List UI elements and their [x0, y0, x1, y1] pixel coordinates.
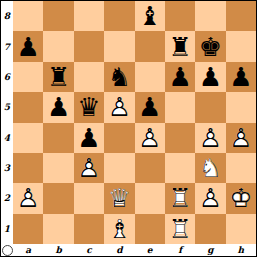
square-h5[interactable] — [226, 92, 256, 122]
piece-white-king: ♚♔ — [229, 183, 252, 213]
square-c4[interactable]: ♟ — [74, 123, 104, 153]
rank-label-7: 7 — [1, 31, 13, 61]
square-e1[interactable] — [135, 214, 165, 244]
square-g7[interactable]: ♚ — [195, 31, 225, 61]
square-d2[interactable]: ♛♕ — [104, 183, 134, 213]
square-e5[interactable]: ♟ — [135, 92, 165, 122]
piece-white-pawn: ♟♙ — [77, 153, 100, 183]
square-f4[interactable] — [165, 123, 195, 153]
square-h2[interactable]: ♚♔ — [226, 183, 256, 213]
piece-black-rook: ♜ — [47, 62, 70, 92]
piece-black-queen: ♛ — [77, 92, 100, 122]
square-a7[interactable]: ♟ — [13, 31, 43, 61]
square-c6[interactable] — [74, 62, 104, 92]
square-f3[interactable] — [165, 153, 195, 183]
file-label-e: e — [135, 244, 165, 256]
piece-black-rook: ♜ — [168, 32, 191, 62]
square-c5[interactable]: ♛ — [74, 92, 104, 122]
piece-black-pawn: ♟ — [168, 62, 191, 92]
piece-white-knight: ♞♘ — [199, 153, 222, 183]
piece-black-pawn: ♟ — [47, 92, 70, 122]
square-d3[interactable] — [104, 153, 134, 183]
square-h3[interactable] — [226, 153, 256, 183]
square-c8[interactable] — [74, 1, 104, 31]
square-a3[interactable] — [13, 153, 43, 183]
square-g8[interactable] — [195, 1, 225, 31]
square-b3[interactable] — [43, 153, 73, 183]
file-label-f: f — [165, 244, 195, 256]
piece-black-bishop: ♝ — [138, 1, 161, 31]
chess-board: ♝♟♜♚♜♞♟♟♟♟♛♟♙♟♟♟♙♟♙♟♙♟♙♞♘♟♙♛♕♜♖♟♙♚♔♝♗♜♖ — [13, 1, 256, 244]
square-d6[interactable]: ♞ — [104, 62, 134, 92]
piece-white-pawn: ♟♙ — [229, 123, 252, 153]
square-f5[interactable] — [165, 92, 195, 122]
rank-label-2: 2 — [1, 183, 13, 213]
piece-white-pawn: ♟♙ — [17, 183, 40, 213]
piece-white-pawn: ♟♙ — [138, 123, 161, 153]
piece-black-pawn: ♟ — [229, 62, 252, 92]
rank-label-6: 6 — [1, 62, 13, 92]
piece-white-pawn: ♟♙ — [199, 183, 222, 213]
square-d1[interactable]: ♝♗ — [104, 214, 134, 244]
file-label-h: h — [226, 244, 256, 256]
square-b2[interactable] — [43, 183, 73, 213]
square-g6[interactable]: ♟ — [195, 62, 225, 92]
piece-black-pawn: ♟ — [138, 92, 161, 122]
square-g5[interactable] — [195, 92, 225, 122]
square-d4[interactable] — [104, 123, 134, 153]
piece-white-queen: ♛♕ — [108, 183, 131, 213]
square-h4[interactable]: ♟♙ — [226, 123, 256, 153]
piece-white-pawn: ♟♙ — [199, 123, 222, 153]
square-a6[interactable] — [13, 62, 43, 92]
square-h7[interactable] — [226, 31, 256, 61]
piece-white-pawn: ♟♙ — [108, 92, 131, 122]
rank-label-5: 5 — [1, 92, 13, 122]
square-e3[interactable] — [135, 153, 165, 183]
chess-diagram: 87654321 ♝♟♜♚♜♞♟♟♟♟♛♟♙♟♟♟♙♟♙♟♙♟♙♞♘♟♙♛♕♜♖… — [0, 0, 257, 257]
square-g3[interactable]: ♞♘ — [195, 153, 225, 183]
square-b7[interactable] — [43, 31, 73, 61]
square-a4[interactable] — [13, 123, 43, 153]
square-f1[interactable]: ♜♖ — [165, 214, 195, 244]
piece-black-knight: ♞ — [108, 62, 131, 92]
rank-label-4: 4 — [1, 123, 13, 153]
square-b1[interactable] — [43, 214, 73, 244]
square-c7[interactable] — [74, 31, 104, 61]
square-h1[interactable] — [226, 214, 256, 244]
file-labels: abcdefgh — [13, 244, 256, 256]
square-g1[interactable] — [195, 214, 225, 244]
file-label-c: c — [74, 244, 104, 256]
square-a2[interactable]: ♟♙ — [13, 183, 43, 213]
square-e4[interactable]: ♟♙ — [135, 123, 165, 153]
rank-label-8: 8 — [1, 1, 13, 31]
square-e2[interactable] — [135, 183, 165, 213]
square-b8[interactable] — [43, 1, 73, 31]
board-corner — [1, 244, 13, 256]
square-c1[interactable] — [74, 214, 104, 244]
file-label-g: g — [195, 244, 225, 256]
square-b4[interactable] — [43, 123, 73, 153]
square-e8[interactable]: ♝ — [135, 1, 165, 31]
square-c2[interactable] — [74, 183, 104, 213]
square-a8[interactable] — [13, 1, 43, 31]
rank-labels: 87654321 — [1, 1, 13, 244]
square-a5[interactable] — [13, 92, 43, 122]
file-label-d: d — [104, 244, 134, 256]
square-d5[interactable]: ♟♙ — [104, 92, 134, 122]
rank-label-3: 3 — [1, 153, 13, 183]
piece-black-pawn: ♟ — [77, 123, 100, 153]
square-b6[interactable]: ♜ — [43, 62, 73, 92]
file-label-a: a — [13, 244, 43, 256]
square-e7[interactable] — [135, 31, 165, 61]
square-g4[interactable]: ♟♙ — [195, 123, 225, 153]
square-d8[interactable] — [104, 1, 134, 31]
square-f8[interactable] — [165, 1, 195, 31]
square-a1[interactable] — [13, 214, 43, 244]
square-g2[interactable]: ♟♙ — [195, 183, 225, 213]
rank-label-1: 1 — [1, 214, 13, 244]
square-f2[interactable]: ♜♖ — [165, 183, 195, 213]
square-h6[interactable]: ♟ — [226, 62, 256, 92]
piece-white-bishop: ♝♗ — [108, 214, 131, 244]
square-f7[interactable]: ♜ — [165, 31, 195, 61]
turn-indicator-white-to-move — [2, 245, 13, 256]
square-h8[interactable] — [226, 1, 256, 31]
square-e6[interactable] — [135, 62, 165, 92]
piece-black-pawn: ♟ — [199, 62, 222, 92]
square-b5[interactable]: ♟ — [43, 92, 73, 122]
square-d7[interactable] — [104, 31, 134, 61]
square-f6[interactable]: ♟ — [165, 62, 195, 92]
square-c3[interactable]: ♟♙ — [74, 153, 104, 183]
piece-black-pawn: ♟ — [17, 32, 40, 62]
piece-black-king: ♚ — [199, 32, 222, 62]
piece-white-rook: ♜♖ — [168, 214, 191, 244]
piece-white-rook: ♜♖ — [168, 183, 191, 213]
file-label-b: b — [43, 244, 73, 256]
